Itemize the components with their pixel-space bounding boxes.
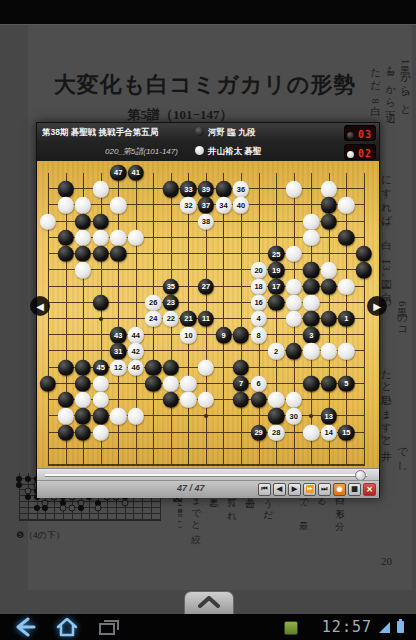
white-stone-move-22: 22 xyxy=(163,311,179,327)
black-stone-move-21: 21 xyxy=(180,311,196,327)
page-title: 大変化も白コミガカリの形勢 xyxy=(40,70,370,100)
white-stone xyxy=(92,392,108,408)
black-stone xyxy=(57,359,73,375)
black-stone xyxy=(75,408,91,424)
black-stone-move-19: 19 xyxy=(268,262,284,278)
record-label: 020_第5譜(101-147) xyxy=(105,142,178,161)
black-stone-move-7: 7 xyxy=(233,376,249,392)
event-title: 第38期 碁聖戦 挑戦手合第五局 xyxy=(42,123,158,142)
black-stone xyxy=(303,376,319,392)
board-view-button[interactable]: ▦ xyxy=(348,483,361,496)
white-stone xyxy=(338,197,354,213)
white-stone-icon xyxy=(347,151,354,158)
black-stone-move-45: 45 xyxy=(92,359,108,375)
white-stone-move-32: 32 xyxy=(180,197,196,213)
white-stone xyxy=(110,197,126,213)
prev-page-arrow[interactable]: ◀ xyxy=(30,296,50,316)
notification-icon-green[interactable] xyxy=(284,621,298,635)
playback-buttons: ⏮◀▶⏩⏭◉▦✕ xyxy=(258,483,376,496)
black-stone xyxy=(75,424,91,440)
white-stone xyxy=(110,230,126,246)
info-row-white: 020_第5譜(101-147) 井山裕太 碁聖 02 xyxy=(37,142,379,161)
white-stone-move-12: 12 xyxy=(110,359,126,375)
slider-track xyxy=(45,474,367,477)
mini-white-stone xyxy=(60,505,67,512)
black-stone xyxy=(321,197,337,213)
white-stone-move-6: 6 xyxy=(250,376,266,392)
white-stone-move-26: 26 xyxy=(145,295,161,311)
vertical-text-fragment: も8から下辺 xyxy=(383,58,397,138)
white-stone xyxy=(92,424,108,440)
black-stone-move-41: 41 xyxy=(128,165,144,181)
black-stone xyxy=(57,246,73,262)
info-row-black: 第38期 碁聖戦 挑戦手合第五局 河野 臨 九段 03 xyxy=(37,123,379,142)
white-stone xyxy=(303,424,319,440)
white-stone xyxy=(198,392,214,408)
white-stone xyxy=(285,246,301,262)
mini-white-stone xyxy=(68,505,75,512)
black-stone-move-25: 25 xyxy=(268,246,284,262)
black-player-name: 河野 臨 九段 xyxy=(195,123,255,142)
game-record-viewer: 第38期 碁聖戦 挑戦手合第五局 河野 臨 九段 03 020_第5譜(101-… xyxy=(36,122,380,498)
white-player-name: 井山裕太 碁聖 xyxy=(195,142,261,161)
white-stone-move-4: 4 xyxy=(250,311,266,327)
black-stone xyxy=(75,376,91,392)
black-stone-move-9: 9 xyxy=(215,327,231,343)
white-stone xyxy=(110,408,126,424)
vertical-text-fragment: 黒1から5と xyxy=(398,58,412,138)
black-stone xyxy=(250,392,266,408)
status-clock: 12:57 xyxy=(322,618,372,636)
black-stone xyxy=(57,424,73,440)
white-stone-move-44: 44 xyxy=(128,327,144,343)
white-stone-move-20: 20 xyxy=(250,262,266,278)
black-stone xyxy=(145,376,161,392)
vertical-text-fragment: にすれば、白 xyxy=(379,168,393,254)
black-stone-icon xyxy=(347,132,354,139)
black-stone-move-43: 43 xyxy=(110,327,126,343)
black-stone xyxy=(57,230,73,246)
white-stone xyxy=(57,197,73,213)
black-stone xyxy=(303,311,319,327)
step-back-button[interactable]: ◀ xyxy=(273,483,286,496)
mini-black-stone xyxy=(25,476,31,482)
black-stone xyxy=(92,213,108,229)
white-stone xyxy=(321,181,337,197)
white-stone xyxy=(268,392,284,408)
mini-white-stone xyxy=(95,505,102,512)
black-stone xyxy=(268,408,284,424)
move-progress-label: 47 / 47 xyxy=(177,483,205,493)
white-stone-move-42: 42 xyxy=(128,343,144,359)
white-stone xyxy=(321,343,337,359)
white-stone-move-8: 8 xyxy=(250,327,266,343)
black-stone-move-23: 23 xyxy=(163,295,179,311)
white-stone-move-16: 16 xyxy=(250,295,266,311)
go-board[interactable]: 4741333936323734403825201935271817262316… xyxy=(37,161,379,468)
close-button[interactable]: ✕ xyxy=(363,483,376,496)
black-stone-move-37: 37 xyxy=(198,197,214,213)
black-stone-move-31: 31 xyxy=(110,343,126,359)
black-stone xyxy=(303,278,319,294)
home-icon xyxy=(55,617,79,637)
black-stone xyxy=(268,295,284,311)
page-number: 20 xyxy=(352,555,392,567)
white-stone xyxy=(180,392,196,408)
white-stone xyxy=(163,376,179,392)
black-stone xyxy=(233,327,249,343)
white-stone-move-34: 34 xyxy=(215,197,231,213)
black-stone-move-33: 33 xyxy=(180,181,196,197)
white-stone xyxy=(321,262,337,278)
black-stone-move-39: 39 xyxy=(198,181,214,197)
black-stone-move-3: 3 xyxy=(303,327,319,343)
white-stone xyxy=(128,408,144,424)
vertical-text-fragment: ただ、白8 xyxy=(368,60,382,124)
white-stone-icon xyxy=(195,146,204,155)
white-stone xyxy=(285,311,301,327)
black-stone xyxy=(233,392,249,408)
next-page-arrow[interactable]: ▶ xyxy=(367,296,387,316)
white-stone xyxy=(92,230,108,246)
vertical-text-fragment: 黒6のコ xyxy=(395,300,409,356)
vertical-text-fragment: たと思います」と井 xyxy=(379,362,393,482)
white-stone-move-30: 30 xyxy=(285,408,301,424)
white-stone xyxy=(303,343,319,359)
white-stone xyxy=(75,230,91,246)
white-stone-move-2: 2 xyxy=(268,343,284,359)
mini-diagram-caption: ❺（4の下） xyxy=(16,529,65,542)
white-stone xyxy=(75,392,91,408)
white-stone xyxy=(285,278,301,294)
battery-icon xyxy=(397,621,404,633)
black-stone-move-17: 17 xyxy=(268,278,284,294)
black-stone xyxy=(321,311,337,327)
black-stone-move-29: 29 xyxy=(250,424,266,440)
white-stone xyxy=(303,230,319,246)
black-stone-move-47: 47 xyxy=(110,165,126,181)
recent-apps-button[interactable] xyxy=(92,616,126,638)
white-stone xyxy=(57,408,73,424)
back-button[interactable] xyxy=(8,616,42,638)
white-stone xyxy=(303,295,319,311)
white-stone-move-46: 46 xyxy=(128,359,144,375)
mini-black-stone xyxy=(25,494,31,500)
back-icon xyxy=(13,617,37,637)
mini-black-stone xyxy=(34,505,40,511)
hoshi-point xyxy=(204,414,208,418)
black-stone xyxy=(321,213,337,229)
status-bar xyxy=(0,0,416,25)
black-stone-move-27: 27 xyxy=(198,278,214,294)
white-stone xyxy=(92,181,108,197)
white-stone-move-10: 10 xyxy=(180,327,196,343)
white-stone xyxy=(180,376,196,392)
black-stone xyxy=(303,262,319,278)
game-info-bar: 第38期 碁聖戦 挑戦手合第五局 河野 臨 九段 03 020_第5譜(101-… xyxy=(37,123,379,161)
vertical-text-fragment: でし xyxy=(395,440,409,470)
mini-white-stone xyxy=(121,499,128,506)
mini-black-stone xyxy=(42,505,48,511)
white-stone-move-28: 28 xyxy=(268,424,284,440)
playback-control-bar: 47 / 47 ⏮◀▶⏩⏭◉▦✕ xyxy=(37,480,379,498)
white-stone xyxy=(75,197,91,213)
white-stone xyxy=(285,181,301,197)
black-stone xyxy=(285,343,301,359)
recent-apps-icon xyxy=(98,618,120,636)
jump-start-button[interactable]: ⏮ xyxy=(258,483,271,496)
black-stone xyxy=(338,230,354,246)
white-stone-move-14: 14 xyxy=(321,424,337,440)
play-button[interactable]: ▶ xyxy=(288,483,301,496)
black-stone-move-11: 11 xyxy=(198,311,214,327)
hoshi-point xyxy=(99,317,103,321)
home-button[interactable] xyxy=(50,616,84,638)
white-stone xyxy=(285,392,301,408)
black-stone-move-13: 13 xyxy=(321,408,337,424)
white-stone xyxy=(92,376,108,392)
white-stone-move-38: 38 xyxy=(198,213,214,229)
black-stone xyxy=(110,246,126,262)
white-stone xyxy=(303,213,319,229)
white-stone xyxy=(40,213,56,229)
chevron-up-icon xyxy=(198,596,220,608)
white-stone xyxy=(338,343,354,359)
white-stone-move-36: 36 xyxy=(233,181,249,197)
black-stone xyxy=(321,278,337,294)
jump-end-button[interactable]: ⏭ xyxy=(318,483,331,496)
white-stone-move-24: 24 xyxy=(145,311,161,327)
black-stone xyxy=(92,408,108,424)
black-stone xyxy=(233,359,249,375)
mini-black-stone xyxy=(16,482,22,488)
black-stone-move-5: 5 xyxy=(338,376,354,392)
black-stone xyxy=(75,213,91,229)
white-stone-move-40: 40 xyxy=(233,197,249,213)
black-stone-move-15: 15 xyxy=(338,424,354,440)
black-stone xyxy=(215,181,231,197)
black-stone xyxy=(92,295,108,311)
black-stone-move-1: 1 xyxy=(338,311,354,327)
black-stone xyxy=(321,376,337,392)
black-stone xyxy=(40,376,56,392)
black-stone xyxy=(57,181,73,197)
screen: 大変化も白コミガカリの形勢 第5譜（101−147） 20 13図 ❺（4の下）… xyxy=(0,0,416,640)
mini-black-stone xyxy=(78,505,84,511)
black-stone-move-35: 35 xyxy=(163,278,179,294)
black-stone xyxy=(75,246,91,262)
black-stone xyxy=(92,246,108,262)
white-stone xyxy=(198,359,214,375)
white-stone xyxy=(285,295,301,311)
white-stone xyxy=(75,262,91,278)
black-stone xyxy=(163,392,179,408)
black-counter: 03 xyxy=(344,125,376,141)
white-stone xyxy=(338,278,354,294)
white-counter: 02 xyxy=(344,144,376,160)
signal-icon xyxy=(379,622,390,633)
step-forward-button[interactable]: ⏩ xyxy=(303,483,316,496)
black-stone xyxy=(75,359,91,375)
hoshi-point xyxy=(309,414,313,418)
stone-tool-button[interactable]: ◉ xyxy=(333,483,346,496)
white-stone-move-18: 18 xyxy=(250,278,266,294)
white-stone xyxy=(128,230,144,246)
black-stone-icon xyxy=(195,127,204,136)
black-stone xyxy=(163,359,179,375)
black-stone xyxy=(145,359,161,375)
black-stone xyxy=(163,181,179,197)
black-stone xyxy=(356,262,372,278)
android-nav-bar: 12:57 xyxy=(0,614,416,640)
black-stone xyxy=(57,392,73,408)
black-stone xyxy=(356,246,372,262)
